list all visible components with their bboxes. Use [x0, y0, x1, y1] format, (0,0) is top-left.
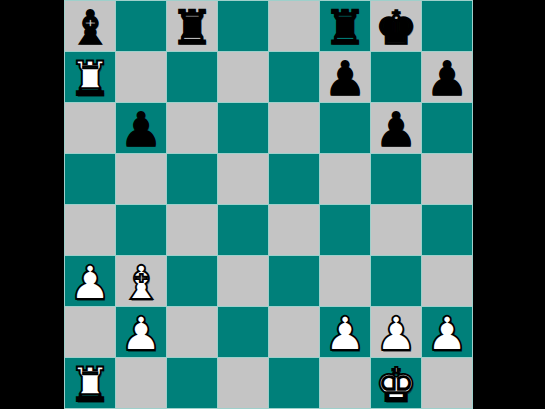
square-d5[interactable] — [218, 154, 268, 204]
black-pawn-piece[interactable]: ♟ — [120, 106, 162, 153]
square-c1[interactable] — [167, 358, 217, 408]
square-f3[interactable] — [320, 256, 370, 306]
square-a1[interactable]: ♜ — [65, 358, 115, 408]
white-pawn-piece[interactable]: ♟ — [69, 259, 111, 306]
square-f7[interactable]: ♟ — [320, 52, 370, 102]
square-e6[interactable] — [269, 103, 319, 153]
square-b8[interactable] — [116, 1, 166, 51]
square-b6[interactable]: ♟ — [116, 103, 166, 153]
square-f8[interactable]: ♜ — [320, 1, 370, 51]
square-a2[interactable] — [65, 307, 115, 357]
square-c3[interactable] — [167, 256, 217, 306]
page-background: ♝♜♜♚♜♟♟♟♟♟♝♟♟♟♟♜♚ — [0, 0, 545, 409]
square-g3[interactable] — [371, 256, 421, 306]
square-c5[interactable] — [167, 154, 217, 204]
square-e5[interactable] — [269, 154, 319, 204]
black-rook-piece[interactable]: ♜ — [171, 4, 213, 51]
square-h5[interactable] — [422, 154, 472, 204]
square-h3[interactable] — [422, 256, 472, 306]
square-h6[interactable] — [422, 103, 472, 153]
white-pawn-piece[interactable]: ♟ — [120, 310, 162, 357]
square-b3[interactable]: ♝ — [116, 256, 166, 306]
square-b2[interactable]: ♟ — [116, 307, 166, 357]
square-d8[interactable] — [218, 1, 268, 51]
white-pawn-piece[interactable]: ♟ — [324, 310, 366, 357]
black-rook-piece[interactable]: ♜ — [324, 4, 366, 51]
black-pawn-piece[interactable]: ♟ — [324, 55, 366, 102]
black-pawn-piece[interactable]: ♟ — [375, 106, 417, 153]
square-d3[interactable] — [218, 256, 268, 306]
square-a8[interactable]: ♝ — [65, 1, 115, 51]
chess-board: ♝♜♜♚♜♟♟♟♟♟♝♟♟♟♟♜♚ — [64, 0, 473, 409]
square-e3[interactable] — [269, 256, 319, 306]
square-b7[interactable] — [116, 52, 166, 102]
square-h7[interactable]: ♟ — [422, 52, 472, 102]
square-f6[interactable] — [320, 103, 370, 153]
square-d2[interactable] — [218, 307, 268, 357]
square-g7[interactable] — [371, 52, 421, 102]
square-d4[interactable] — [218, 205, 268, 255]
square-b1[interactable] — [116, 358, 166, 408]
square-h4[interactable] — [422, 205, 472, 255]
square-e8[interactable] — [269, 1, 319, 51]
square-e7[interactable] — [269, 52, 319, 102]
square-f5[interactable] — [320, 154, 370, 204]
square-a6[interactable] — [65, 103, 115, 153]
square-h2[interactable]: ♟ — [422, 307, 472, 357]
square-g2[interactable]: ♟ — [371, 307, 421, 357]
square-e1[interactable] — [269, 358, 319, 408]
square-d6[interactable] — [218, 103, 268, 153]
square-b4[interactable] — [116, 205, 166, 255]
square-c6[interactable] — [167, 103, 217, 153]
square-c7[interactable] — [167, 52, 217, 102]
square-f4[interactable] — [320, 205, 370, 255]
black-pawn-piece[interactable]: ♟ — [426, 55, 468, 102]
square-b5[interactable] — [116, 154, 166, 204]
white-bishop-piece[interactable]: ♝ — [120, 259, 162, 306]
square-h8[interactable] — [422, 1, 472, 51]
square-g4[interactable] — [371, 205, 421, 255]
white-pawn-piece[interactable]: ♟ — [426, 310, 468, 357]
white-rook-piece[interactable]: ♜ — [69, 55, 111, 102]
white-king-piece[interactable]: ♚ — [375, 361, 417, 408]
square-a4[interactable] — [65, 205, 115, 255]
square-g1[interactable]: ♚ — [371, 358, 421, 408]
white-rook-piece[interactable]: ♜ — [69, 361, 111, 408]
square-c2[interactable] — [167, 307, 217, 357]
square-a5[interactable] — [65, 154, 115, 204]
square-c8[interactable]: ♜ — [167, 1, 217, 51]
square-f2[interactable]: ♟ — [320, 307, 370, 357]
square-d7[interactable] — [218, 52, 268, 102]
square-d1[interactable] — [218, 358, 268, 408]
black-bishop-piece[interactable]: ♝ — [69, 4, 111, 51]
square-g8[interactable]: ♚ — [371, 1, 421, 51]
square-h1[interactable] — [422, 358, 472, 408]
square-a7[interactable]: ♜ — [65, 52, 115, 102]
black-king-piece[interactable]: ♚ — [375, 4, 417, 51]
white-pawn-piece[interactable]: ♟ — [375, 310, 417, 357]
square-c4[interactable] — [167, 205, 217, 255]
square-g5[interactable] — [371, 154, 421, 204]
square-e4[interactable] — [269, 205, 319, 255]
square-e2[interactable] — [269, 307, 319, 357]
square-a3[interactable]: ♟ — [65, 256, 115, 306]
square-f1[interactable] — [320, 358, 370, 408]
square-g6[interactable]: ♟ — [371, 103, 421, 153]
